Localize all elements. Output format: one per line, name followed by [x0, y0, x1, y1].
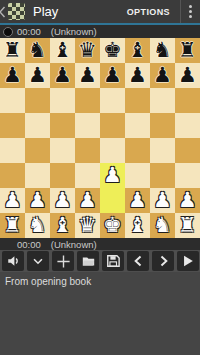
black-player-name: (Unknown) [51, 25, 97, 38]
square-g1[interactable]: ♞ [150, 213, 175, 238]
chevron-right-icon [157, 254, 170, 268]
black-pawn: ♟ [50, 63, 75, 88]
square-c2[interactable]: ♟ [50, 188, 75, 213]
black-pawn: ♟ [150, 63, 175, 88]
white-rook: ♜ [175, 213, 200, 238]
white-pawn: ♟ [50, 188, 75, 213]
black-disc-icon [3, 27, 13, 37]
square-a7[interactable]: ♟ [0, 63, 25, 88]
collapse-button[interactable] [27, 251, 49, 271]
square-f3[interactable] [125, 163, 150, 188]
previous-move-button[interactable] [127, 251, 149, 271]
square-e1[interactable]: ♚ [100, 213, 125, 238]
square-a3[interactable] [0, 163, 25, 188]
square-e4[interactable] [100, 138, 125, 163]
square-c1[interactable]: ♝ [50, 213, 75, 238]
square-h6[interactable] [175, 88, 200, 113]
white-pawn: ♟ [75, 188, 100, 213]
square-a4[interactable] [0, 138, 25, 163]
square-a1[interactable]: ♜ [0, 213, 25, 238]
black-pawn: ♟ [0, 63, 25, 88]
white-pawn: ♟ [0, 188, 25, 213]
black-queen: ♛ [75, 38, 100, 63]
status-message: From opening book [5, 276, 91, 287]
black-pawn: ♟ [25, 63, 50, 88]
white-clock: 00:00 [17, 238, 41, 251]
app-window: Play OPTIONS 00:00 (Unknown) ♜♞♝♛♚♝♞♜♟♟♟… [0, 0, 200, 355]
square-f1[interactable]: ♝ [125, 213, 150, 238]
black-bishop: ♝ [50, 38, 75, 63]
square-a8[interactable]: ♜ [0, 38, 25, 63]
black-pawn: ♟ [175, 63, 200, 88]
square-e7[interactable]: ♟ [100, 63, 125, 88]
folder-icon [81, 254, 96, 268]
square-f4[interactable] [125, 138, 150, 163]
square-d2[interactable]: ♟ [75, 188, 100, 213]
square-f5[interactable] [125, 113, 150, 138]
white-king: ♚ [100, 213, 125, 238]
save-game-button[interactable] [102, 251, 124, 271]
action-bar: Play OPTIONS [0, 0, 200, 25]
square-e6[interactable] [100, 88, 125, 113]
next-move-button[interactable] [152, 251, 174, 271]
square-d1[interactable]: ♛ [75, 213, 100, 238]
volume-button[interactable] [2, 251, 24, 271]
square-g5[interactable] [150, 113, 175, 138]
white-rook: ♜ [0, 213, 25, 238]
black-knight: ♞ [150, 38, 175, 63]
white-bishop: ♝ [125, 213, 150, 238]
play-engine-button[interactable] [177, 251, 199, 271]
square-e5[interactable] [100, 113, 125, 138]
square-b2[interactable]: ♟ [25, 188, 50, 213]
square-b3[interactable] [25, 163, 50, 188]
white-pawn: ♟ [150, 188, 175, 213]
white-pawn: ♟ [100, 163, 125, 188]
black-pawn: ♟ [75, 63, 100, 88]
white-player-row: 00:00 (Unknown) [0, 238, 200, 250]
square-h1[interactable]: ♜ [175, 213, 200, 238]
chevron-left-icon [0, 4, 6, 20]
square-h7[interactable]: ♟ [175, 63, 200, 88]
square-e8[interactable]: ♚ [100, 38, 125, 63]
square-h8[interactable]: ♜ [175, 38, 200, 63]
square-g7[interactable]: ♟ [150, 63, 175, 88]
square-b4[interactable] [25, 138, 50, 163]
square-f2[interactable]: ♟ [125, 188, 150, 213]
toolbar [0, 250, 200, 272]
square-f6[interactable] [125, 88, 150, 113]
square-b1[interactable]: ♞ [25, 213, 50, 238]
white-pawn: ♟ [25, 188, 50, 213]
square-d8[interactable]: ♛ [75, 38, 100, 63]
white-queen: ♛ [75, 213, 100, 238]
square-g4[interactable] [150, 138, 175, 163]
square-d4[interactable] [75, 138, 100, 163]
chevron-down-icon [31, 254, 45, 268]
square-a6[interactable] [0, 88, 25, 113]
square-c3[interactable] [50, 163, 75, 188]
square-c7[interactable]: ♟ [50, 63, 75, 88]
square-e2[interactable] [100, 188, 125, 213]
chess-board: ♜♞♝♛♚♝♞♜♟♟♟♟♟♟♟♟♟♟♟♟♟♟♟♟♜♞♝♛♚♝♞♜ [0, 38, 200, 238]
square-g3[interactable] [150, 163, 175, 188]
play-icon [181, 254, 195, 268]
black-rook: ♜ [175, 38, 200, 63]
floppy-disk-icon [106, 254, 120, 268]
black-pawn: ♟ [100, 63, 125, 88]
black-player-row: 00:00 (Unknown) [0, 25, 200, 38]
new-game-button[interactable] [52, 251, 74, 271]
white-bishop: ♝ [50, 213, 75, 238]
open-game-button[interactable] [77, 251, 99, 271]
square-h2[interactable]: ♟ [175, 188, 200, 213]
back-button[interactable] [0, 0, 6, 23]
square-b8[interactable]: ♞ [25, 38, 50, 63]
square-h4[interactable] [175, 138, 200, 163]
vertical-dots-icon [189, 5, 192, 8]
white-pawn: ♟ [125, 188, 150, 213]
white-knight: ♞ [150, 213, 175, 238]
options-button[interactable]: OPTIONS [117, 0, 180, 23]
square-c4[interactable] [50, 138, 75, 163]
status-panel: From opening book [0, 272, 200, 355]
black-knight: ♞ [25, 38, 50, 63]
chevron-left-icon [132, 254, 145, 268]
black-king: ♚ [100, 38, 125, 63]
square-g6[interactable] [150, 88, 175, 113]
square-b6[interactable] [25, 88, 50, 113]
page-title: Play [33, 4, 117, 19]
speaker-icon [6, 254, 21, 268]
white-knight: ♞ [25, 213, 50, 238]
white-pawn: ♟ [175, 188, 200, 213]
square-f7[interactable]: ♟ [125, 63, 150, 88]
black-pawn: ♟ [125, 63, 150, 88]
white-player-name: (Unknown) [51, 238, 97, 251]
square-d3[interactable] [75, 163, 100, 188]
square-g8[interactable]: ♞ [150, 38, 175, 63]
square-b7[interactable]: ♟ [25, 63, 50, 88]
square-d6[interactable] [75, 88, 100, 113]
square-g2[interactable]: ♟ [150, 188, 175, 213]
square-e3[interactable]: ♟ [100, 163, 125, 188]
square-f8[interactable]: ♝ [125, 38, 150, 63]
square-d7[interactable]: ♟ [75, 63, 100, 88]
square-d5[interactable] [75, 113, 100, 138]
chessboard-app-icon [8, 3, 25, 20]
plus-icon [56, 254, 71, 269]
square-h5[interactable] [175, 113, 200, 138]
square-c8[interactable]: ♝ [50, 38, 75, 63]
square-a2[interactable]: ♟ [0, 188, 25, 213]
black-rook: ♜ [0, 38, 25, 63]
square-h3[interactable] [175, 163, 200, 188]
overflow-menu-button[interactable] [180, 0, 200, 23]
black-bishop: ♝ [125, 38, 150, 63]
square-a5[interactable] [0, 113, 25, 138]
square-c6[interactable] [50, 88, 75, 113]
black-clock: 00:00 [17, 25, 41, 38]
square-c5[interactable] [50, 113, 75, 138]
square-b5[interactable] [25, 113, 50, 138]
